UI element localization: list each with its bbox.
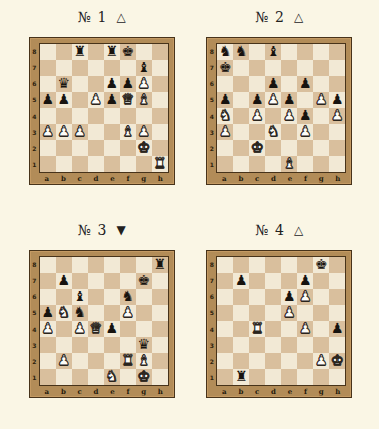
square-g6 <box>313 76 329 92</box>
square-b8 <box>56 257 72 273</box>
square-c2 <box>249 353 265 369</box>
square-b4 <box>56 108 72 124</box>
rank-label-5: 5 <box>32 96 36 103</box>
white-pawn: ♟ <box>136 124 152 140</box>
rank-label-4: 4 <box>32 326 36 333</box>
black-pawn: ♟ <box>281 92 297 108</box>
square-f5 <box>297 92 313 108</box>
black-pawn: ♟ <box>329 92 345 108</box>
square-e3 <box>104 124 120 140</box>
board-squares: ♜♜♚♝♛♟♟♟♟♟♟♟♛♝♟♟♟♝♟♚♜ <box>39 43 169 173</box>
square-c1 <box>249 369 265 385</box>
rank-label-8: 8 <box>210 261 214 268</box>
square-f3 <box>120 337 136 353</box>
rank-label-6: 6 <box>210 80 214 87</box>
square-d7 <box>88 60 104 76</box>
file-label-f: f <box>304 387 307 396</box>
square-e4: ♟ <box>281 108 297 124</box>
square-h8: ♜ <box>152 257 168 273</box>
chess-board-4: 87654321 ♚♟♟♟♟♟♜♟♟♟♚♜ abcdefgh <box>206 250 352 398</box>
square-b1: ♜ <box>233 369 249 385</box>
square-h2: ♚ <box>329 353 345 369</box>
board-squares: ♚♟♟♟♟♟♜♟♟♟♚♜ <box>216 256 346 386</box>
rank-label-4: 4 <box>210 113 214 120</box>
rank-label-3: 3 <box>210 129 214 136</box>
white-to-move-icon: △ <box>116 11 125 23</box>
square-d4 <box>265 108 281 124</box>
square-g5: ♟ <box>313 92 329 108</box>
square-d6 <box>88 289 104 305</box>
diagram-4-number: № 4 <box>255 222 285 238</box>
black-pawn: ♟ <box>217 92 233 108</box>
rank-labels: 87654321 <box>207 256 216 386</box>
square-f2: ♜ <box>120 353 136 369</box>
black-rook: ♜ <box>104 44 120 60</box>
white-pawn: ♟ <box>217 124 233 140</box>
square-h2 <box>152 140 168 156</box>
white-pawn: ♟ <box>72 321 88 337</box>
square-g8: ♚ <box>313 257 329 273</box>
square-d4 <box>88 108 104 124</box>
square-c4: ♟ <box>72 321 88 337</box>
rank-label-1: 1 <box>210 374 214 381</box>
square-f8 <box>120 257 136 273</box>
square-e1 <box>281 369 297 385</box>
square-f4 <box>120 321 136 337</box>
diagram-1: № 1 △ 87654321 ♜♜♚♝♛♟♟♟♟♟♟♟♛♝♟♟♟♝♟♚♜ abc… <box>18 8 186 185</box>
square-g3: ♟ <box>136 124 152 140</box>
square-f5: ♛ <box>120 92 136 108</box>
square-g2: ♝ <box>136 353 152 369</box>
square-h3 <box>152 124 168 140</box>
square-f2 <box>120 140 136 156</box>
black-rook: ♜ <box>233 369 249 385</box>
square-b2 <box>56 140 72 156</box>
square-g4 <box>313 321 329 337</box>
diagram-4: № 4 △ 87654321 ♚♟♟♟♟♟♜♟♟♟♚♜ abcdefgh <box>196 221 364 398</box>
black-rook: ♜ <box>72 44 88 60</box>
square-e1: ♞ <box>104 369 120 385</box>
square-e6: ♟ <box>104 76 120 92</box>
file-label-b: b <box>61 174 66 183</box>
square-d4: ♛ <box>88 321 104 337</box>
square-g6 <box>313 289 329 305</box>
black-knight: ♞ <box>217 44 233 60</box>
white-bishop: ♝ <box>136 92 152 108</box>
square-g3 <box>313 124 329 140</box>
square-f1 <box>297 369 313 385</box>
rank-label-4: 4 <box>32 113 36 120</box>
black-queen: ♛ <box>136 337 152 353</box>
square-a3: ♟ <box>40 124 56 140</box>
black-bishop: ♝ <box>136 60 152 76</box>
diagram-2: № 2 △ 87654321 ♞♞♝♚♟♟♟♟♟♟♟♟♞♟♟♟♟♟♞♟♚♝ ab… <box>196 8 364 185</box>
square-e4 <box>104 108 120 124</box>
square-a2 <box>217 353 233 369</box>
white-bishop: ♝ <box>281 156 297 172</box>
rank-label-7: 7 <box>210 64 214 71</box>
black-to-move-icon: ▼ <box>116 224 125 236</box>
square-e6 <box>104 289 120 305</box>
file-label-b: b <box>238 174 243 183</box>
square-h4 <box>152 108 168 124</box>
square-b6 <box>56 289 72 305</box>
white-pawn: ♟ <box>329 108 345 124</box>
square-d1 <box>265 369 281 385</box>
square-b5: ♟ <box>56 92 72 108</box>
puzzle-sheet: № 1 △ 87654321 ♜♜♚♝♛♟♟♟♟♟♟♟♛♝♟♟♟♝♟♚♜ abc… <box>0 0 379 398</box>
white-queen: ♛ <box>120 92 136 108</box>
square-f6: ♟ <box>120 76 136 92</box>
chess-board-3: 87654321 ♜♟♚♝♞♟♞♞♟♟♟♛♟♛♟♜♝♞♚ abcdefgh <box>29 250 175 398</box>
square-c8: ♜ <box>72 44 88 60</box>
square-c4: ♟ <box>249 108 265 124</box>
square-d6 <box>265 289 281 305</box>
square-a1 <box>40 369 56 385</box>
white-to-move-icon: △ <box>294 224 303 236</box>
square-c7 <box>72 60 88 76</box>
square-d6: ♟ <box>265 76 281 92</box>
square-f6: ♟ <box>297 289 313 305</box>
square-a2 <box>40 353 56 369</box>
square-f8 <box>297 44 313 60</box>
square-h8 <box>329 257 345 273</box>
square-b1 <box>56 156 72 172</box>
rank-labels: 87654321 <box>30 256 39 386</box>
white-king: ♚ <box>136 369 152 385</box>
file-label-e: e <box>288 387 292 396</box>
white-rook: ♜ <box>152 156 168 172</box>
file-label-e: e <box>288 174 292 183</box>
square-d5: ♟ <box>265 92 281 108</box>
white-pawn: ♟ <box>249 108 265 124</box>
square-g8 <box>136 44 152 60</box>
square-g8 <box>136 257 152 273</box>
square-h6 <box>152 76 168 92</box>
square-b1 <box>233 156 249 172</box>
square-e2 <box>104 140 120 156</box>
square-a1 <box>217 369 233 385</box>
black-knight: ♞ <box>233 44 249 60</box>
rank-label-1: 1 <box>210 161 214 168</box>
square-c5 <box>249 305 265 321</box>
square-a3 <box>217 337 233 353</box>
square-g7 <box>313 60 329 76</box>
white-bishop: ♝ <box>120 124 136 140</box>
square-g1 <box>136 156 152 172</box>
square-c4 <box>72 108 88 124</box>
file-label-h: h <box>335 387 340 396</box>
white-rook: ♜ <box>249 321 265 337</box>
black-pawn: ♟ <box>104 92 120 108</box>
square-g3: ♛ <box>136 337 152 353</box>
square-d8: ♝ <box>265 44 281 60</box>
square-b5 <box>233 92 249 108</box>
square-g5 <box>313 305 329 321</box>
square-a3 <box>40 337 56 353</box>
black-pawn: ♟ <box>56 273 72 289</box>
square-g4 <box>136 108 152 124</box>
square-g5: ♝ <box>136 92 152 108</box>
square-g7: ♝ <box>136 60 152 76</box>
square-a8 <box>217 257 233 273</box>
white-pawn: ♟ <box>281 108 297 124</box>
square-f1 <box>297 156 313 172</box>
black-king: ♚ <box>120 44 136 60</box>
rank-label-7: 7 <box>32 64 36 71</box>
square-h3 <box>329 124 345 140</box>
square-a4: ♞ <box>217 108 233 124</box>
diagram-3-title: № 3 ▼ <box>78 221 126 239</box>
square-h7 <box>152 273 168 289</box>
rank-label-3: 3 <box>32 129 36 136</box>
white-bishop: ♝ <box>136 353 152 369</box>
square-h4: ♟ <box>329 108 345 124</box>
diagram-1-number: № 1 <box>78 9 108 25</box>
rank-label-8: 8 <box>32 261 36 268</box>
file-label-c: c <box>78 387 82 396</box>
rank-label-5: 5 <box>210 309 214 316</box>
square-b2 <box>233 140 249 156</box>
black-bishop: ♝ <box>265 44 281 60</box>
square-h4: ♟ <box>329 321 345 337</box>
square-g2 <box>313 140 329 156</box>
square-a4: ♟ <box>40 321 56 337</box>
square-f5: ♟ <box>120 305 136 321</box>
square-e2 <box>281 353 297 369</box>
square-g2: ♚ <box>136 140 152 156</box>
file-label-c: c <box>255 387 259 396</box>
square-d8 <box>88 44 104 60</box>
square-h1 <box>329 156 345 172</box>
file-label-a: a <box>222 174 227 183</box>
square-f7: ♟ <box>297 273 313 289</box>
square-h6 <box>329 289 345 305</box>
square-h1: ♜ <box>152 156 168 172</box>
square-g1: ♚ <box>136 369 152 385</box>
square-e8: ♜ <box>104 44 120 60</box>
square-b6 <box>233 289 249 305</box>
square-a5: ♟ <box>40 305 56 321</box>
file-label-g: g <box>319 174 324 183</box>
square-b4 <box>56 321 72 337</box>
black-pawn: ♟ <box>329 321 345 337</box>
square-f6: ♞ <box>120 289 136 305</box>
square-c5: ♟ <box>249 92 265 108</box>
rank-label-1: 1 <box>32 161 36 168</box>
file-label-c: c <box>78 174 82 183</box>
black-pawn: ♟ <box>56 92 72 108</box>
square-a8 <box>40 44 56 60</box>
white-knight: ♞ <box>265 124 281 140</box>
rank-label-7: 7 <box>210 277 214 284</box>
square-c6 <box>249 289 265 305</box>
square-h5: ♟ <box>329 92 345 108</box>
diagram-2-number: № 2 <box>255 9 285 25</box>
square-f8 <box>297 257 313 273</box>
square-b6 <box>233 76 249 92</box>
file-label-e: e <box>110 387 114 396</box>
white-rook: ♜ <box>120 353 136 369</box>
square-d7 <box>88 273 104 289</box>
square-a5 <box>217 305 233 321</box>
square-c6 <box>72 76 88 92</box>
black-pawn: ♟ <box>297 76 313 92</box>
file-labels: abcdefgh <box>216 386 346 397</box>
file-label-g: g <box>141 387 146 396</box>
square-c2 <box>72 353 88 369</box>
white-pawn: ♟ <box>40 124 56 140</box>
square-h6 <box>329 76 345 92</box>
black-queen: ♛ <box>56 76 72 92</box>
square-f3: ♝ <box>120 124 136 140</box>
square-c5 <box>72 92 88 108</box>
white-king: ♚ <box>329 353 345 369</box>
square-d7 <box>265 273 281 289</box>
black-bishop: ♝ <box>72 289 88 305</box>
chess-board-1: 87654321 ♜♜♚♝♛♟♟♟♟♟♟♟♛♝♟♟♟♝♟♚♜ abcdefgh <box>29 37 175 185</box>
square-f1 <box>120 369 136 385</box>
file-labels: abcdefgh <box>39 386 169 397</box>
black-pawn: ♟ <box>265 76 281 92</box>
rank-label-2: 2 <box>210 358 214 365</box>
square-e5: ♟ <box>281 92 297 108</box>
square-c1 <box>72 156 88 172</box>
square-d2 <box>265 353 281 369</box>
square-b8: ♞ <box>233 44 249 60</box>
file-label-a: a <box>222 387 227 396</box>
square-e2 <box>281 140 297 156</box>
square-g6: ♟ <box>136 76 152 92</box>
square-e1 <box>104 156 120 172</box>
square-d2 <box>265 140 281 156</box>
square-g4 <box>136 321 152 337</box>
white-king: ♚ <box>136 140 152 156</box>
file-label-g: g <box>141 174 146 183</box>
rank-label-8: 8 <box>32 48 36 55</box>
rank-label-3: 3 <box>32 342 36 349</box>
square-d8 <box>265 257 281 273</box>
chess-board-2: 87654321 ♞♞♝♚♟♟♟♟♟♟♟♟♞♟♟♟♟♟♞♟♚♝ abcdefgh <box>206 37 352 185</box>
square-d5 <box>265 305 281 321</box>
square-f4: ♟ <box>297 108 313 124</box>
square-a8 <box>40 257 56 273</box>
file-labels: abcdefgh <box>39 173 169 184</box>
square-e2 <box>104 353 120 369</box>
square-b4 <box>233 321 249 337</box>
file-label-b: b <box>61 387 66 396</box>
square-d5 <box>88 305 104 321</box>
square-e8 <box>281 44 297 60</box>
rank-label-8: 8 <box>210 48 214 55</box>
square-f7 <box>297 60 313 76</box>
file-label-a: a <box>45 174 50 183</box>
diagram-3: № 3 ▼ 87654321 ♜♟♚♝♞♟♞♞♟♟♟♛♟♛♟♜♝♞♚ abcde… <box>18 221 186 398</box>
white-pawn: ♟ <box>72 124 88 140</box>
square-d1 <box>88 156 104 172</box>
white-pawn: ♟ <box>313 92 329 108</box>
square-c8 <box>249 257 265 273</box>
square-d1 <box>88 369 104 385</box>
square-a8: ♞ <box>217 44 233 60</box>
white-pawn: ♟ <box>313 353 329 369</box>
file-label-f: f <box>126 174 129 183</box>
diagram-3-number: № 3 <box>78 222 108 238</box>
square-a2 <box>40 140 56 156</box>
white-pawn: ♟ <box>297 321 313 337</box>
square-b4 <box>233 108 249 124</box>
white-knight: ♞ <box>217 108 233 124</box>
square-h5 <box>152 305 168 321</box>
square-d2 <box>88 140 104 156</box>
white-pawn: ♟ <box>297 289 313 305</box>
rank-label-6: 6 <box>32 80 36 87</box>
square-e6 <box>281 76 297 92</box>
rank-labels: 87654321 <box>207 43 216 173</box>
square-d4 <box>265 321 281 337</box>
square-e3 <box>104 337 120 353</box>
square-f7 <box>120 60 136 76</box>
square-h6 <box>152 289 168 305</box>
square-g4 <box>313 108 329 124</box>
black-pawn: ♟ <box>281 289 297 305</box>
square-f3 <box>297 337 313 353</box>
square-c3: ♟ <box>72 124 88 140</box>
square-a3: ♟ <box>217 124 233 140</box>
board-squares: ♜♟♚♝♞♟♞♞♟♟♟♛♟♛♟♜♝♞♚ <box>39 256 169 386</box>
square-d5: ♟ <box>88 92 104 108</box>
square-e7 <box>281 60 297 76</box>
square-g3 <box>313 337 329 353</box>
square-a4 <box>217 321 233 337</box>
board-squares: ♞♞♝♚♟♟♟♟♟♟♟♟♞♟♟♟♟♟♞♟♚♝ <box>216 43 346 173</box>
square-e7 <box>281 273 297 289</box>
square-e4 <box>281 321 297 337</box>
square-e1: ♝ <box>281 156 297 172</box>
black-rook: ♜ <box>152 257 168 273</box>
file-label-c: c <box>255 174 259 183</box>
rank-label-4: 4 <box>210 326 214 333</box>
square-g6 <box>136 289 152 305</box>
square-h4 <box>152 321 168 337</box>
square-b3 <box>56 337 72 353</box>
rank-label-2: 2 <box>32 358 36 365</box>
square-d3 <box>88 337 104 353</box>
white-knight: ♞ <box>56 305 72 321</box>
white-knight: ♞ <box>104 369 120 385</box>
square-c7 <box>249 60 265 76</box>
rank-labels: 87654321 <box>30 43 39 173</box>
square-a5: ♟ <box>40 92 56 108</box>
white-to-move-icon: △ <box>294 11 303 23</box>
square-e8 <box>281 257 297 273</box>
square-d6 <box>88 76 104 92</box>
black-knight: ♞ <box>120 289 136 305</box>
square-g7 <box>313 273 329 289</box>
rank-label-7: 7 <box>32 277 36 284</box>
square-g1 <box>313 369 329 385</box>
square-f4: ♟ <box>297 321 313 337</box>
square-b7 <box>56 60 72 76</box>
file-label-g: g <box>319 387 324 396</box>
square-b5: ♞ <box>56 305 72 321</box>
square-d3 <box>88 124 104 140</box>
square-c3 <box>249 124 265 140</box>
rank-label-5: 5 <box>32 309 36 316</box>
square-c7 <box>72 273 88 289</box>
file-label-d: d <box>271 387 276 396</box>
square-b2: ♟ <box>56 353 72 369</box>
